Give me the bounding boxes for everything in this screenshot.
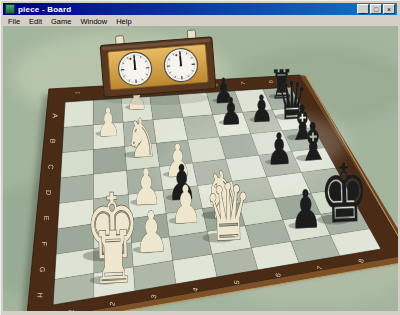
minimize-button[interactable]: _ [357, 4, 369, 14]
square-c2[interactable] [93, 146, 126, 174]
rank-label-top-7: 7 [240, 82, 246, 85]
title-bar[interactable]: piece - Board _ □ × [3, 3, 397, 15]
window-title: piece - Board [18, 5, 354, 14]
file-label-F: F [41, 242, 48, 247]
game-view: ABCDEFGH1122334455667788♜♟♟♛♟♟♟♝♞♝♟♟♟♟♞♚… [3, 26, 398, 311]
menu-item-window[interactable]: Window [80, 17, 107, 26]
piece-white-pawn-b2[interactable]: ♟ [96, 99, 121, 146]
menu-bar: File Edit Game Window Help [3, 15, 397, 26]
square-b1[interactable] [62, 125, 93, 153]
file-label-D: D [45, 190, 52, 195]
window-controls: _ □ × [357, 4, 395, 14]
file-label-A: A [52, 113, 59, 118]
piece-black-pawn-d7[interactable]: ♟ [266, 124, 293, 176]
menu-item-file[interactable]: File [8, 17, 20, 26]
menu-item-help[interactable]: Help [116, 17, 131, 26]
file-label-G: G [39, 267, 46, 273]
file-label-B: B [49, 139, 56, 144]
app-window: piece - Board _ □ × File Edit Game Windo… [0, 0, 400, 315]
piece-black-pawn-g7[interactable]: ♟ [289, 178, 322, 242]
app-icon [5, 4, 15, 14]
file-label-C: C [47, 164, 54, 169]
square-c1[interactable] [61, 150, 94, 179]
rank-label-top-1: 1 [74, 91, 80, 94]
close-button[interactable]: × [383, 4, 395, 14]
menu-item-game[interactable]: Game [51, 17, 71, 26]
menu-item-edit[interactable]: Edit [29, 17, 42, 26]
piece-white-queen-g5[interactable]: ♛ [204, 166, 254, 260]
chess-3d-scene: ABCDEFGH1122334455667788♜♟♟♛♟♟♟♝♞♝♟♟♟♟♞♚… [3, 26, 398, 311]
piece-white-rook-h2[interactable]: ♜ [91, 215, 136, 300]
piece-white-pawn-f4[interactable]: ♟ [169, 174, 202, 235]
maximize-button[interactable]: □ [370, 4, 382, 14]
piece-black-pawn-b6[interactable]: ♟ [219, 89, 243, 135]
file-label-E: E [43, 216, 50, 221]
piece-black-king-g8[interactable]: ♚ [318, 146, 370, 242]
file-label-H: H [37, 292, 44, 297]
square-a1[interactable] [64, 100, 94, 127]
